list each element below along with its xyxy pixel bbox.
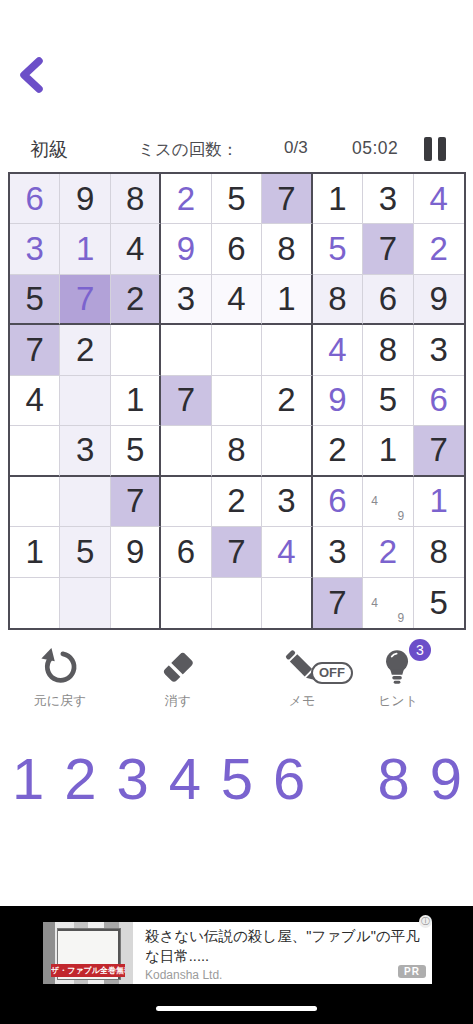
cell-r2c3[interactable]: 4 [111,224,161,274]
cell-r9c3[interactable] [111,578,161,628]
cell-r4c3[interactable] [111,325,161,375]
cell-r6c9[interactable]: 7 [414,426,464,476]
undo-button[interactable]: 元に戻す [18,645,102,710]
cell-r1c6[interactable]: 7 [262,174,312,224]
cell-r2c2[interactable]: 1 [60,224,110,274]
cell-r8c3[interactable]: 9 [111,527,161,577]
cell-r9c6[interactable] [262,578,312,628]
cell-r7c3[interactable]: 7 [111,477,161,527]
cell-r9c5[interactable] [212,578,262,628]
pad-digit-3[interactable]: 3 [106,742,158,814]
difficulty-label: 初級 [30,137,68,163]
cell-r5c4[interactable]: 7 [161,376,211,426]
pad-digit-9[interactable]: 9 [420,742,472,814]
cell-r8c9[interactable]: 8 [414,527,464,577]
cell-r4c1[interactable]: 7 [10,325,60,375]
cell-r6c6[interactable] [262,426,312,476]
cell-r9c8[interactable]: 49 [363,578,413,628]
cell-r6c2[interactable]: 3 [60,426,110,476]
cell-r5c2[interactable] [60,376,110,426]
cell-r6c7[interactable]: 2 [313,426,363,476]
cell-r3c5[interactable]: 4 [212,275,262,325]
ad-thumbnail: ザ・ファブル全巻無料!! [43,922,133,984]
pad-digit-empty-7 [315,742,367,814]
cell-r2c4[interactable]: 9 [161,224,211,274]
pad-digit-6[interactable]: 6 [263,742,315,814]
cell-r7c1[interactable] [10,477,60,527]
cell-r8c2[interactable]: 5 [60,527,110,577]
number-pad: 12345689 [2,742,472,814]
pad-digit-1[interactable]: 1 [2,742,54,814]
ad-banner: ザ・ファブル全巻無料!! ⓘ 殺さない伝説の殺し屋、"ファブル"の平凡な日常..… [0,906,473,1024]
toolbar: 元に戻す 消す OFF メモ [0,645,473,717]
back-button[interactable] [16,56,50,96]
cell-r3c1[interactable]: 5 [10,275,60,325]
cell-r7c2[interactable] [60,477,110,527]
ad-info-icon[interactable]: ⓘ [419,915,432,928]
ad-advertiser: Kodansha Ltd. [145,968,422,982]
cell-r7c7[interactable]: 6 [313,477,363,527]
memo-button[interactable]: OFF メモ [250,645,354,710]
ad-headline: 殺さない伝説の殺し屋、"ファブル"の平凡な日常..... [145,927,422,966]
cell-r5c3[interactable]: 1 [111,376,161,426]
note-digit: 4 [368,494,381,508]
cell-r3c6[interactable]: 1 [262,275,312,325]
pad-digit-5[interactable]: 5 [211,742,263,814]
cell-r5c5[interactable] [212,376,262,426]
cell-r7c8[interactable]: 49 [363,477,413,527]
status-header: 初級 ミスの回数： 0/3 05:02 [0,134,473,166]
mistakes-count: 0/3 [284,138,308,158]
pad-digit-4[interactable]: 4 [159,742,211,814]
cell-r6c1[interactable] [10,426,60,476]
cell-r6c5[interactable]: 8 [212,426,262,476]
note-digit: 9 [394,611,407,625]
cell-r2c5[interactable]: 6 [212,224,262,274]
pencil-icon: OFF [281,645,323,689]
pad-digit-8[interactable]: 8 [368,742,420,814]
cell-r6c3[interactable]: 5 [111,426,161,476]
cell-r4c4[interactable] [161,325,211,375]
cell-r7c5[interactable]: 2 [212,477,262,527]
cell-r8c5[interactable]: 7 [212,527,262,577]
pr-badge: PR [398,965,426,978]
cell-r5c9[interactable]: 6 [414,376,464,426]
cell-r2c1[interactable]: 3 [10,224,60,274]
cell-r1c3[interactable]: 8 [111,174,161,224]
hint-button[interactable]: 3 ヒント [356,645,440,710]
cell-r2c8[interactable]: 7 [363,224,413,274]
ad-info: ⓘ 殺さない伝説の殺し屋、"ファブル"の平凡な日常..... Kodansha … [133,922,432,984]
memo-state-pill: OFF [311,662,353,684]
hint-count-badge: 3 [409,639,431,661]
ad-card[interactable]: ザ・ファブル全巻無料!! ⓘ 殺さない伝説の殺し屋、"ファブル"の平凡な日常..… [43,922,432,984]
erase-label: 消す [165,692,191,710]
cell-r3c2[interactable]: 7 [60,275,110,325]
memo-label: メモ [289,692,316,710]
cell-r5c6[interactable]: 2 [262,376,312,426]
undo-label: 元に戻す [34,692,87,710]
cell-r5c8[interactable]: 5 [363,376,413,426]
cell-r1c8[interactable]: 3 [363,174,413,224]
cell-r6c4[interactable] [161,426,211,476]
cell-r3c3[interactable]: 2 [111,275,161,325]
cell-r8c1[interactable]: 1 [10,527,60,577]
lightbulb-icon: 3 [377,645,419,689]
pause-button[interactable] [424,137,452,161]
home-indicator[interactable] [156,1006,317,1011]
cell-r3c9[interactable]: 9 [414,275,464,325]
cell-r8c8[interactable]: 2 [363,527,413,577]
cell-r3c4[interactable]: 3 [161,275,211,325]
cell-r7c4[interactable] [161,477,211,527]
cell-r1c7[interactable]: 1 [313,174,363,224]
sudoku-board: 6982571343149685725723418697248341729563… [8,172,466,630]
chevron-left-icon [16,80,46,97]
cell-r9c1[interactable] [10,578,60,628]
cell-r1c1[interactable]: 6 [10,174,60,224]
cell-r9c9[interactable]: 5 [414,578,464,628]
cell-r4c8[interactable]: 8 [363,325,413,375]
cell-r4c7[interactable]: 4 [313,325,363,375]
cell-r4c9[interactable]: 3 [414,325,464,375]
cell-r2c7[interactable]: 5 [313,224,363,274]
cell-r1c5[interactable]: 5 [212,174,262,224]
cell-r1c2[interactable]: 9 [60,174,110,224]
cell-r9c4[interactable] [161,578,211,628]
cell-r5c1[interactable]: 4 [10,376,60,426]
cell-r3c7[interactable]: 8 [313,275,363,325]
cell-r4c5[interactable] [212,325,262,375]
note-digit: 9 [394,509,407,523]
timer: 05:02 [352,138,398,159]
cell-r9c2[interactable] [60,578,110,628]
cell-r8c6[interactable]: 4 [262,527,312,577]
cell-r7c9[interactable]: 1 [414,477,464,527]
cell-r2c9[interactable]: 2 [414,224,464,274]
eraser-icon [157,645,199,689]
pad-digit-2[interactable]: 2 [54,742,106,814]
note-digit: 4 [368,596,381,610]
hint-label: ヒント [378,692,418,710]
cell-r5c7[interactable]: 9 [313,376,363,426]
cell-r7c6[interactable]: 3 [262,477,312,527]
cell-r9c7[interactable]: 7 [313,578,363,628]
cell-r6c8[interactable]: 1 [363,426,413,476]
cell-r1c9[interactable]: 4 [414,174,464,224]
pause-icon [438,137,446,161]
cell-r1c4[interactable]: 2 [161,174,211,224]
cell-r2c6[interactable]: 8 [262,224,312,274]
pause-icon [424,137,432,161]
cell-r4c2[interactable]: 2 [60,325,110,375]
cell-r4c6[interactable] [262,325,312,375]
cell-r3c8[interactable]: 6 [363,275,413,325]
erase-button[interactable]: 消す [136,645,220,710]
mistakes-label: ミスの回数： [138,139,238,161]
cell-r8c7[interactable]: 3 [313,527,363,577]
cell-r8c4[interactable]: 6 [161,527,211,577]
undo-icon [39,645,81,689]
ad-thumb-banner: ザ・ファブル全巻無料!! [51,964,125,977]
